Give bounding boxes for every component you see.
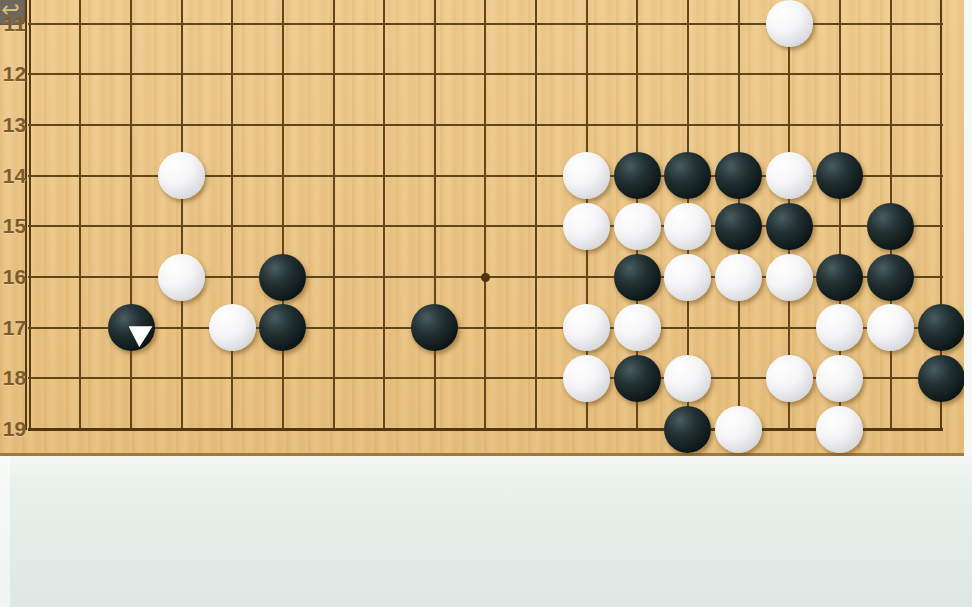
stone-black [816,254,863,301]
stone-black [614,355,661,402]
grid-hline [28,428,943,431]
row-label: 18 [1,366,28,390]
grid-vline [29,0,31,430]
stone-white [816,355,863,402]
stone-white [816,406,863,453]
stone-black [816,152,863,199]
stone-white [664,355,711,402]
stone-white [766,355,813,402]
stone-black [664,152,711,199]
stone-white [766,152,813,199]
stone-black [766,203,813,250]
grid-vline [333,0,335,430]
stone-white [664,203,711,250]
row-label: 15 [1,214,28,238]
stone-white [614,304,661,351]
stone-black [664,406,711,453]
stone-white [664,254,711,301]
stone-black [108,304,155,351]
stone-white [715,406,762,453]
go-board[interactable]: ↩ 111213141516171819 [0,0,964,456]
stone-white [715,254,762,301]
stone-black [715,203,762,250]
stone-black [918,355,965,402]
stone-white [563,152,610,199]
bottom-panel [0,456,972,607]
stone-black [715,152,762,199]
right-edge-strip [964,0,972,456]
stone-black [867,203,914,250]
grid-vline [231,0,233,430]
grid-hline [28,124,943,126]
grid-vline [434,0,436,430]
row-label: 13 [1,113,28,137]
stone-white [158,254,205,301]
row-label: 17 [1,316,28,340]
stone-white [563,203,610,250]
stone-black [411,304,458,351]
stone-white [209,304,256,351]
stone-black [614,152,661,199]
row-label: 12 [1,62,28,86]
stone-black [918,304,965,351]
bottom-panel-highlight [0,456,10,607]
row-label: 16 [1,265,28,289]
stone-black [259,304,306,351]
stone-white [816,304,863,351]
stone-black [867,254,914,301]
grid-vline [484,0,486,430]
row-label: 19 [1,417,28,441]
stone-white [563,355,610,402]
stone-white [867,304,914,351]
grid-hline [28,327,943,329]
grid-vline [383,0,385,430]
last-move-marker [129,326,153,347]
stone-white [158,152,205,199]
row-label: 11 [1,12,28,36]
stone-black [614,254,661,301]
row-label: 14 [1,164,28,188]
grid-vline [130,0,132,430]
stone-white [614,203,661,250]
stone-white [766,254,813,301]
stone-white [563,304,610,351]
grid-vline [181,0,183,430]
grid-vline [282,0,284,430]
grid-vline [535,0,537,430]
star-point [481,273,490,282]
grid-hline [28,73,943,75]
stone-black [259,254,306,301]
grid-vline [79,0,81,430]
stone-white [766,0,813,47]
